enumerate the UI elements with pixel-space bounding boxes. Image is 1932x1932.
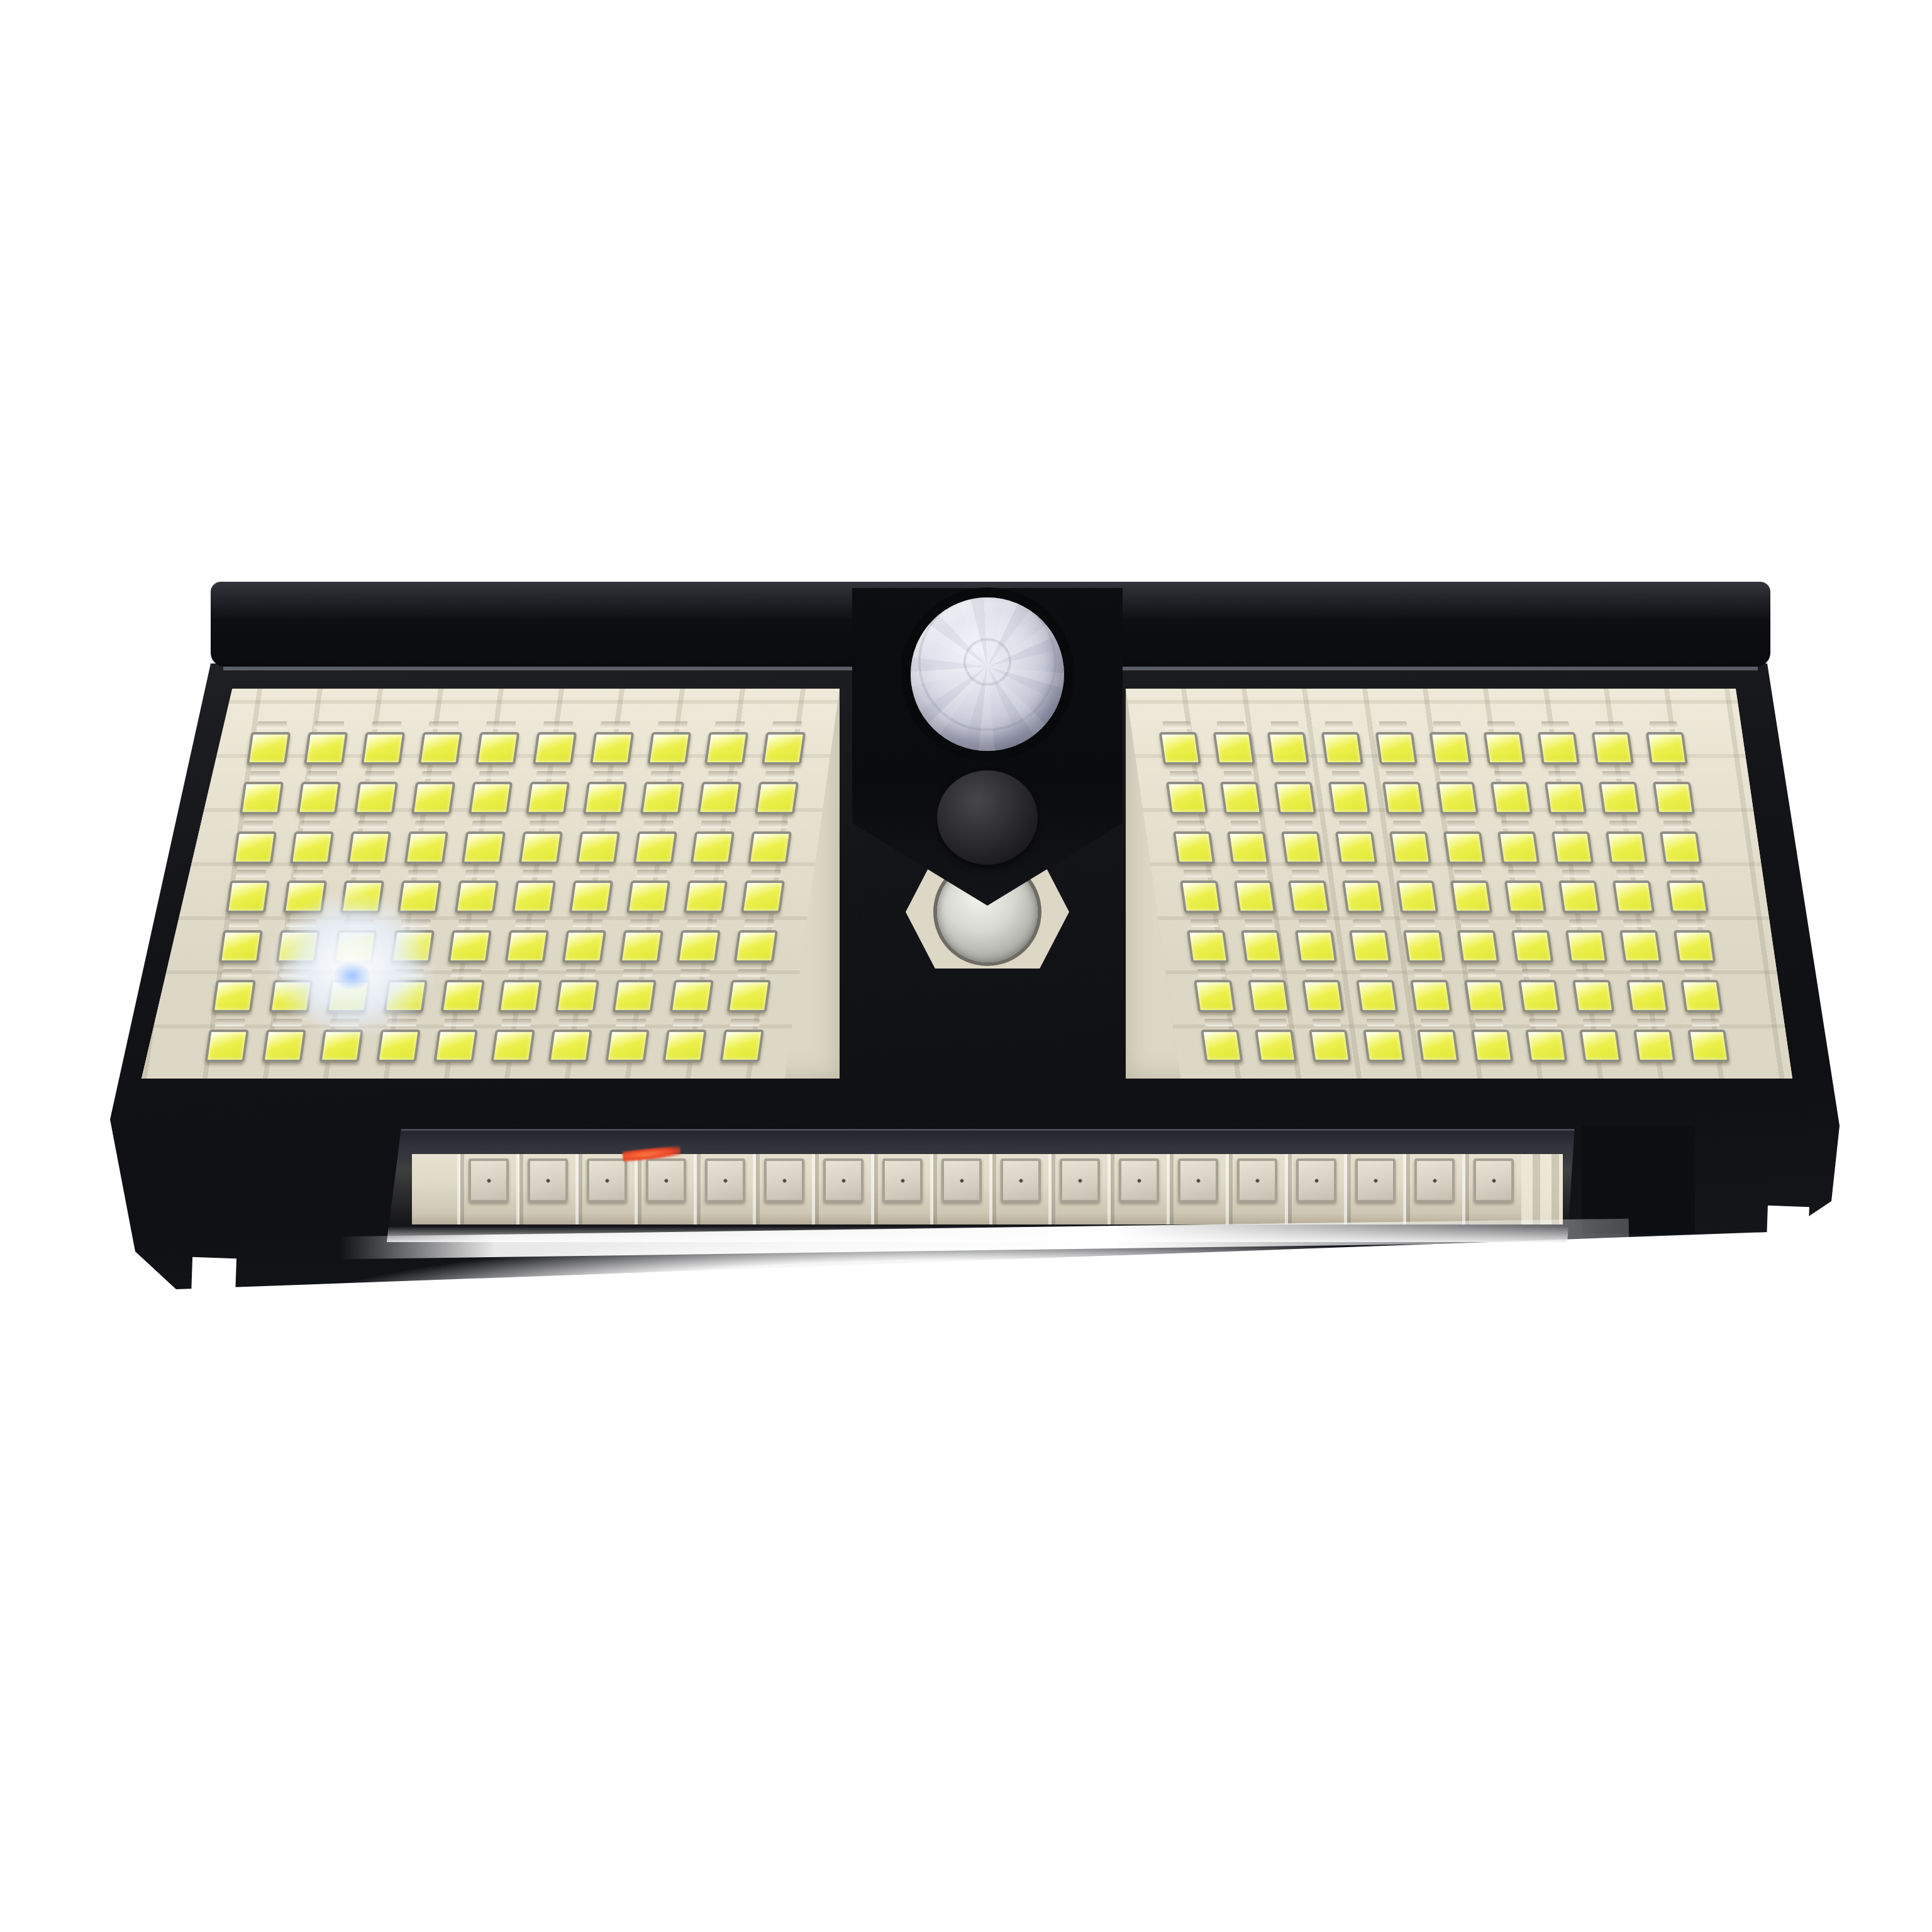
led-chip — [1241, 930, 1283, 963]
led-socket — [331, 864, 396, 914]
empty-socket — [1379, 721, 1407, 729]
led-chip — [491, 1030, 535, 1062]
empty-socket — [730, 1019, 760, 1026]
led-socket — [224, 814, 288, 864]
empty-socket — [1197, 969, 1226, 977]
led-socket — [1635, 715, 1696, 765]
led-chip — [533, 732, 577, 765]
led-socket — [1372, 765, 1433, 814]
empty-socket — [515, 919, 546, 927]
empty-socket — [393, 969, 424, 977]
led-socket — [1216, 814, 1277, 864]
empty-socket — [543, 721, 574, 729]
empty-socket — [1406, 919, 1435, 927]
led-chip — [1633, 1030, 1675, 1062]
empty-socket — [1433, 721, 1462, 729]
empty-socket — [386, 1019, 417, 1026]
empty-socket — [229, 919, 260, 927]
empty-socket — [586, 821, 617, 828]
strip-led-chip — [528, 1158, 568, 1202]
led-socket — [1155, 765, 1216, 814]
led-socket — [1406, 1013, 1467, 1062]
empty-socket — [1636, 1019, 1665, 1026]
led-socket — [352, 715, 416, 765]
empty-socket — [1359, 969, 1388, 977]
led-chip — [1159, 732, 1201, 765]
led-socket — [425, 1013, 489, 1062]
led-chip — [640, 782, 684, 814]
led-socket — [453, 814, 517, 864]
led-chip — [269, 980, 313, 1013]
strip-led-chip — [764, 1158, 804, 1202]
led-socket — [1169, 864, 1230, 914]
led-socket — [597, 1013, 661, 1062]
empty-socket — [1656, 771, 1685, 779]
led-socket — [1473, 715, 1534, 765]
empty-socket — [1420, 1019, 1449, 1026]
led-chip — [677, 930, 721, 963]
led-chip — [505, 930, 549, 963]
led-chip — [290, 831, 334, 864]
led-chip — [526, 782, 570, 814]
led-socket — [1494, 864, 1555, 914]
led-chip — [1328, 782, 1370, 814]
led-socket — [1507, 963, 1568, 1013]
right-edge-reflection — [1781, 660, 1919, 1132]
led-chip — [1201, 1030, 1243, 1062]
led-socket — [267, 913, 331, 963]
led-chip — [1626, 980, 1668, 1013]
empty-socket — [558, 1019, 589, 1026]
led-socket — [325, 913, 389, 963]
empty-socket — [243, 821, 274, 828]
led-chip — [512, 880, 556, 913]
empty-socket — [1677, 919, 1706, 927]
empty-socket — [679, 969, 710, 977]
empty-socket — [1413, 969, 1442, 977]
led-chip — [1321, 732, 1363, 765]
led-socket — [1581, 715, 1642, 765]
empty-socket — [1223, 771, 1252, 779]
empty-socket — [758, 821, 789, 828]
led-chip — [340, 880, 384, 913]
mounting-notch-left — [191, 1257, 236, 1297]
empty-socket — [1385, 771, 1414, 779]
led-socket — [661, 963, 725, 1013]
right-led-panel — [1126, 689, 1792, 1079]
empty-socket — [1237, 870, 1266, 877]
empty-socket — [1629, 969, 1658, 977]
empty-socket — [479, 771, 509, 779]
empty-socket — [522, 870, 553, 877]
empty-socket — [1190, 919, 1219, 927]
led-chip — [606, 1030, 650, 1062]
empty-socket — [371, 721, 402, 729]
led-chip — [297, 782, 341, 814]
led-socket — [368, 1013, 432, 1062]
led-chip — [1497, 831, 1540, 864]
led-socket — [1514, 1013, 1575, 1062]
led-socket — [1527, 715, 1588, 765]
empty-socket — [1324, 721, 1353, 729]
empty-socket — [1352, 919, 1381, 927]
led-chip — [720, 1030, 764, 1062]
empty-socket — [650, 771, 681, 779]
led-socket — [696, 715, 760, 765]
led-socket — [1345, 963, 1406, 1013]
strip-end-cap — [1582, 1126, 1695, 1234]
empty-socket — [279, 969, 309, 977]
empty-socket — [714, 721, 745, 729]
empty-socket — [1514, 919, 1543, 927]
empty-socket — [272, 1019, 303, 1026]
strip-led-socket — [457, 1154, 516, 1224]
strip-led-chip — [1474, 1158, 1514, 1202]
strip-led-chip — [1414, 1158, 1455, 1202]
led-socket — [1588, 765, 1649, 814]
empty-socket — [1663, 821, 1692, 828]
led-socket — [1277, 864, 1338, 914]
strip-led-socket — [1108, 1154, 1167, 1224]
led-socket — [1392, 913, 1453, 963]
led-chip — [1450, 880, 1492, 913]
led-socket — [1568, 1013, 1629, 1062]
led-socket — [1148, 715, 1209, 765]
led-chip — [1579, 1030, 1621, 1062]
solar-wall-light — [69, 560, 1862, 1503]
empty-socket — [622, 969, 653, 977]
empty-socket — [687, 919, 718, 927]
led-socket — [318, 963, 382, 1013]
led-socket — [1677, 1013, 1738, 1062]
empty-socket — [1345, 870, 1374, 877]
bottom-strip-tray — [412, 1154, 1563, 1224]
empty-socket — [1183, 870, 1212, 877]
led-socket — [689, 765, 753, 814]
empty-socket — [486, 721, 516, 729]
led-socket — [668, 913, 732, 963]
led-chip — [347, 831, 391, 864]
strip-led-socket — [1285, 1154, 1344, 1224]
led-chip — [240, 782, 284, 814]
led-socket — [560, 864, 625, 914]
led-chip — [1558, 880, 1601, 913]
strip-led-socket — [1344, 1154, 1403, 1224]
led-chip — [1471, 1030, 1513, 1062]
led-chip — [247, 732, 291, 765]
empty-socket — [1467, 969, 1496, 977]
led-chip — [418, 732, 462, 765]
empty-socket — [1270, 721, 1299, 729]
led-socket — [567, 814, 631, 864]
led-chip — [319, 1030, 364, 1062]
led-chip — [1667, 880, 1709, 913]
led-chip — [498, 980, 542, 1013]
led-chip — [1255, 1030, 1297, 1062]
led-chip — [1680, 980, 1723, 1013]
led-chip — [205, 1030, 249, 1062]
led-chip — [404, 831, 448, 864]
empty-socket — [1649, 721, 1678, 729]
led-socket — [1270, 814, 1331, 864]
empty-socket — [1684, 969, 1713, 977]
empty-socket — [1582, 1019, 1611, 1026]
photo-background — [0, 0, 1932, 1932]
led-socket — [611, 913, 675, 963]
led-socket — [1365, 715, 1426, 765]
empty-socket — [236, 870, 267, 877]
led-socket — [1230, 913, 1291, 963]
led-chip — [354, 782, 398, 814]
strip-led-socket — [753, 1154, 812, 1224]
led-socket — [203, 963, 267, 1013]
empty-socket — [286, 919, 317, 927]
empty-socket — [221, 969, 252, 977]
led-chip — [1660, 831, 1702, 864]
led-socket — [1642, 765, 1703, 814]
led-socket — [1562, 963, 1623, 1013]
led-socket — [260, 963, 325, 1013]
led-socket — [489, 963, 553, 1013]
led-chip — [762, 732, 806, 765]
led-socket — [1263, 765, 1324, 814]
led-chip — [1592, 732, 1634, 765]
empty-socket — [1562, 870, 1591, 877]
led-socket — [1541, 814, 1602, 864]
pir-sensor-dome — [911, 597, 1064, 751]
empty-socket — [1399, 870, 1428, 877]
led-socket — [1385, 864, 1446, 914]
led-chip — [361, 732, 405, 765]
led-socket — [345, 765, 409, 814]
led-chip — [1417, 1030, 1459, 1062]
empty-socket — [751, 870, 782, 877]
led-socket — [732, 864, 796, 914]
led-socket — [1324, 814, 1385, 864]
led-chip — [1396, 880, 1438, 913]
led-chip — [212, 980, 256, 1013]
led-chip — [576, 831, 620, 864]
empty-socket — [1602, 771, 1631, 779]
led-chip — [1335, 831, 1377, 864]
led-socket — [1460, 1013, 1521, 1062]
empty-socket — [579, 870, 610, 877]
empty-socket — [1528, 1019, 1557, 1026]
led-chip — [727, 980, 771, 1013]
led-chip — [391, 930, 435, 963]
empty-socket — [443, 1019, 474, 1026]
strip-led-socket — [635, 1154, 694, 1224]
led-socket — [1433, 814, 1494, 864]
led-chip — [1220, 782, 1262, 814]
led-socket — [1548, 864, 1609, 914]
led-socket — [682, 814, 746, 864]
led-chip — [1646, 732, 1688, 765]
led-chip — [569, 880, 613, 913]
led-chip — [462, 831, 506, 864]
led-chip — [755, 782, 799, 814]
led-chip — [1288, 880, 1330, 913]
empty-socket — [1366, 1019, 1395, 1026]
empty-socket — [1616, 870, 1645, 877]
empty-socket — [1251, 969, 1280, 977]
strip-led-socket — [575, 1154, 635, 1224]
empty-socket — [1298, 919, 1327, 927]
led-socket — [389, 864, 453, 914]
led-chip — [1248, 980, 1290, 1013]
led-chip — [663, 1030, 707, 1062]
empty-socket — [1575, 969, 1604, 977]
strip-led-socket — [871, 1154, 930, 1224]
empty-socket — [1392, 821, 1421, 828]
mounting-notch-right — [1767, 1206, 1809, 1240]
led-socket — [1298, 1013, 1359, 1062]
empty-socket — [694, 870, 724, 877]
empty-socket — [307, 771, 338, 779]
led-socket — [618, 864, 682, 914]
led-socket — [1440, 864, 1501, 914]
led-socket — [482, 1013, 547, 1062]
empty-socket — [1446, 821, 1475, 828]
strip-led-chip — [705, 1158, 745, 1202]
led-socket — [604, 963, 668, 1013]
empty-socket — [529, 821, 560, 828]
empty-socket — [421, 771, 452, 779]
led-socket — [1602, 864, 1663, 914]
strip-led-socket — [1462, 1154, 1521, 1224]
led-socket — [1190, 1013, 1251, 1062]
empty-socket — [414, 821, 445, 828]
empty-socket — [1204, 1019, 1233, 1026]
led-socket — [638, 715, 702, 765]
led-socket — [1656, 864, 1717, 914]
led-chip — [519, 831, 563, 864]
led-chip — [1382, 782, 1424, 814]
led-chip — [1443, 831, 1485, 864]
strip-led-chip — [1119, 1158, 1159, 1202]
led-chip — [1267, 732, 1309, 765]
led-socket — [1670, 963, 1731, 1013]
strip-led-chip — [646, 1158, 686, 1202]
led-socket — [510, 814, 574, 864]
strip-led-socket — [989, 1154, 1048, 1224]
led-socket — [432, 963, 496, 1013]
led-chip — [448, 930, 492, 963]
led-chip — [411, 782, 455, 814]
led-chip — [684, 880, 728, 913]
led-chip — [304, 732, 348, 765]
led-chip — [1356, 980, 1398, 1013]
led-socket — [1487, 814, 1548, 864]
led-chip — [1545, 782, 1587, 814]
empty-socket — [501, 1019, 531, 1026]
empty-socket — [1541, 721, 1570, 729]
empty-socket — [1609, 821, 1638, 828]
empty-socket — [708, 771, 738, 779]
led-socket — [1318, 765, 1379, 814]
strip-led-chip — [1001, 1158, 1041, 1202]
led-chip — [1464, 980, 1506, 1013]
led-socket — [1399, 963, 1460, 1013]
empty-socket — [1277, 771, 1306, 779]
led-chip — [326, 980, 370, 1013]
strip-led-socket — [812, 1154, 871, 1224]
led-chip — [1511, 930, 1553, 963]
strip-led-socket — [1226, 1154, 1285, 1224]
empty-socket — [1555, 821, 1584, 828]
led-socket — [553, 913, 618, 963]
led-socket — [196, 1013, 260, 1062]
led-socket — [1501, 913, 1562, 963]
led-chip — [233, 831, 277, 864]
empty-socket — [293, 870, 324, 877]
led-socket — [711, 1013, 775, 1062]
led-chip — [1227, 831, 1269, 864]
led-chip — [1309, 1030, 1351, 1062]
led-socket — [1331, 864, 1392, 914]
led-chip — [1180, 880, 1222, 913]
led-socket — [654, 1013, 718, 1062]
empty-socket — [615, 1019, 646, 1026]
empty-socket — [214, 1019, 245, 1026]
led-socket — [1223, 864, 1284, 914]
empty-socket — [1487, 721, 1516, 729]
empty-socket — [336, 969, 367, 977]
led-socket — [1202, 715, 1263, 765]
led-chip — [1504, 880, 1546, 913]
empty-socket — [1460, 919, 1489, 927]
empty-socket — [1162, 721, 1191, 729]
led-socket — [1257, 715, 1318, 765]
led-socket — [281, 814, 345, 864]
led-socket — [1649, 814, 1710, 864]
empty-socket — [772, 721, 802, 729]
led-chip — [1194, 980, 1236, 1013]
led-socket — [1311, 715, 1372, 765]
led-chip — [1538, 732, 1580, 765]
led-socket — [1291, 963, 1352, 1013]
led-socket — [375, 963, 439, 1013]
led-socket — [1480, 765, 1541, 814]
led-chip — [1599, 782, 1641, 814]
led-socket — [1244, 1013, 1305, 1062]
led-chip — [1484, 732, 1526, 765]
led-chip — [1213, 732, 1255, 765]
empty-socket — [1521, 969, 1550, 977]
led-chip — [1525, 1030, 1567, 1062]
led-socket — [295, 715, 359, 765]
led-chip — [1274, 782, 1316, 814]
led-chip — [1410, 980, 1452, 1013]
led-chip — [226, 880, 270, 913]
led-socket — [217, 864, 281, 914]
empty-socket — [408, 870, 438, 877]
led-chip — [613, 980, 657, 1013]
empty-socket — [257, 721, 287, 729]
led-socket — [409, 715, 474, 765]
empty-socket — [314, 721, 345, 729]
empty-socket — [701, 821, 731, 828]
led-chip — [626, 880, 670, 913]
led-socket — [718, 963, 782, 1013]
strip-led-chip — [882, 1158, 923, 1202]
led-chip — [276, 930, 320, 963]
led-socket — [1176, 913, 1237, 963]
led-socket — [402, 765, 467, 814]
left-led-panel — [142, 689, 840, 1079]
led-chip — [691, 831, 735, 864]
led-socket — [231, 765, 295, 814]
